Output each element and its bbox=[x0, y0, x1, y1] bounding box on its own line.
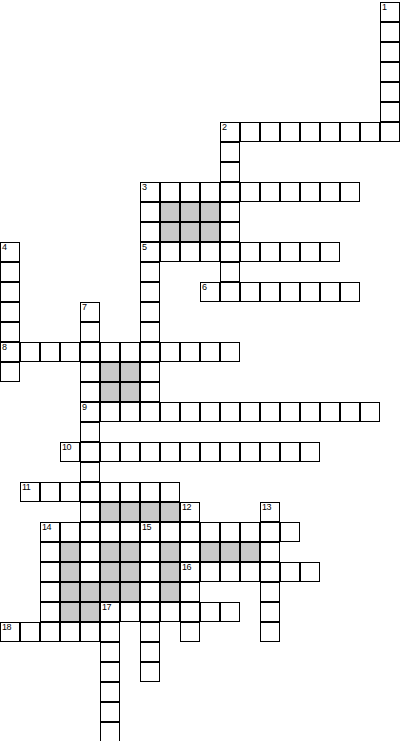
letter-cell-r17c4[interactable] bbox=[80, 342, 100, 362]
letter-cell-r16c0[interactable] bbox=[0, 322, 20, 342]
letter-cell-r17c5[interactable] bbox=[100, 342, 120, 362]
letter-cell-r9c8[interactable] bbox=[160, 182, 180, 202]
letter-cell-r13c0[interactable] bbox=[0, 262, 20, 282]
letter-cell-r20c8[interactable] bbox=[160, 402, 180, 422]
clue-number-1: 1 bbox=[382, 2, 387, 12]
letter-cell-r17c1[interactable] bbox=[20, 342, 40, 362]
letter-cell-r22c3[interactable]: 10 bbox=[60, 442, 80, 462]
letter-cell-r22c7[interactable] bbox=[140, 442, 160, 462]
gray-cell-r11c9 bbox=[180, 222, 200, 242]
letter-cell-r14c13[interactable] bbox=[260, 282, 280, 302]
letter-cell-r9c13[interactable] bbox=[260, 182, 280, 202]
gray-cell-r30c4 bbox=[80, 602, 100, 622]
letter-cell-r35c5[interactable] bbox=[100, 702, 120, 722]
letter-cell-r20c4[interactable]: 9 bbox=[80, 402, 100, 422]
gray-cell-r11c10 bbox=[200, 222, 220, 242]
letter-cell-r2c19[interactable] bbox=[380, 42, 400, 62]
letter-cell-r26c10[interactable] bbox=[200, 522, 220, 542]
gray-cell-r25c8 bbox=[160, 502, 180, 522]
letter-cell-r30c2[interactable] bbox=[40, 602, 60, 622]
letter-cell-r30c13[interactable] bbox=[260, 602, 280, 622]
gray-cell-r25c7 bbox=[140, 502, 160, 522]
letter-cell-r14c7[interactable] bbox=[140, 282, 160, 302]
letter-cell-r16c7[interactable] bbox=[140, 322, 160, 342]
letter-cell-r26c5[interactable] bbox=[100, 522, 120, 542]
letter-cell-r12c14[interactable] bbox=[280, 242, 300, 262]
letter-cell-r22c8[interactable] bbox=[160, 442, 180, 462]
letter-cell-r20c7[interactable] bbox=[140, 402, 160, 422]
letter-cell-r15c4[interactable]: 7 bbox=[80, 302, 100, 322]
letter-cell-r0c19[interactable]: 1 bbox=[380, 2, 400, 22]
letter-cell-r26c9[interactable] bbox=[180, 522, 200, 542]
letter-cell-r33c5[interactable] bbox=[100, 662, 120, 682]
letter-cell-r6c11[interactable]: 2 bbox=[220, 122, 240, 142]
letter-cell-r24c6[interactable] bbox=[120, 482, 140, 502]
letter-cell-r27c9[interactable] bbox=[180, 542, 200, 562]
letter-cell-r12c8[interactable] bbox=[160, 242, 180, 262]
letter-cell-r12c15[interactable] bbox=[300, 242, 320, 262]
clue-number-5: 5 bbox=[142, 242, 147, 252]
letter-cell-r20c12[interactable] bbox=[240, 402, 260, 422]
letter-cell-r12c7[interactable]: 5 bbox=[140, 242, 160, 262]
gray-cell-r10c9 bbox=[180, 202, 200, 222]
letter-cell-r32c7[interactable] bbox=[140, 642, 160, 662]
gray-cell-r29c4 bbox=[80, 582, 100, 602]
letter-cell-r6c14[interactable] bbox=[280, 122, 300, 142]
letter-cell-r5c19[interactable] bbox=[380, 102, 400, 122]
letter-cell-r30c7[interactable] bbox=[140, 602, 160, 622]
letter-cell-r22c15[interactable] bbox=[300, 442, 320, 462]
letter-cell-r20c10[interactable] bbox=[200, 402, 220, 422]
gray-cell-r29c8 bbox=[160, 582, 180, 602]
letter-cell-r20c16[interactable] bbox=[320, 402, 340, 422]
letter-cell-r25c9[interactable]: 12 bbox=[180, 502, 200, 522]
clue-number-16: 16 bbox=[182, 562, 191, 572]
letter-cell-r14c0[interactable] bbox=[0, 282, 20, 302]
letter-cell-r20c9[interactable] bbox=[180, 402, 200, 422]
letter-cell-r19c7[interactable] bbox=[140, 382, 160, 402]
letter-cell-r6c13[interactable] bbox=[260, 122, 280, 142]
clue-number-17: 17 bbox=[102, 602, 111, 612]
letter-cell-r26c14[interactable] bbox=[280, 522, 300, 542]
letter-cell-r22c6[interactable] bbox=[120, 442, 140, 462]
letter-cell-r14c17[interactable] bbox=[340, 282, 360, 302]
letter-cell-r24c2[interactable] bbox=[40, 482, 60, 502]
letter-cell-r36c5[interactable] bbox=[100, 722, 120, 741]
letter-cell-r28c13[interactable] bbox=[260, 562, 280, 582]
letter-cell-r17c9[interactable] bbox=[180, 342, 200, 362]
gray-cell-r18c6 bbox=[120, 362, 140, 382]
clue-number-14: 14 bbox=[42, 522, 51, 532]
letter-cell-r20c13[interactable] bbox=[260, 402, 280, 422]
gray-cell-r27c3 bbox=[60, 542, 80, 562]
letter-cell-r12c12[interactable] bbox=[240, 242, 260, 262]
letter-cell-r19c4[interactable] bbox=[80, 382, 100, 402]
letter-cell-r18c7[interactable] bbox=[140, 362, 160, 382]
letter-cell-r14c11[interactable] bbox=[220, 282, 240, 302]
letter-cell-r26c3[interactable] bbox=[60, 522, 80, 542]
letter-cell-r31c2[interactable] bbox=[40, 622, 60, 642]
letter-cell-r12c9[interactable] bbox=[180, 242, 200, 262]
gray-cell-r11c8 bbox=[160, 222, 180, 242]
letter-cell-r1c19[interactable] bbox=[380, 22, 400, 42]
letter-cell-r20c17[interactable] bbox=[340, 402, 360, 422]
letter-cell-r28c12[interactable] bbox=[240, 562, 260, 582]
letter-cell-r10c7[interactable] bbox=[140, 202, 160, 222]
clue-number-6: 6 bbox=[202, 282, 207, 292]
letter-cell-r24c1[interactable]: 11 bbox=[20, 482, 40, 502]
letter-cell-r25c4[interactable] bbox=[80, 502, 100, 522]
letter-cell-r9c10[interactable] bbox=[200, 182, 220, 202]
letter-cell-r20c14[interactable] bbox=[280, 402, 300, 422]
letter-cell-r21c4[interactable] bbox=[80, 422, 100, 442]
letter-cell-r14c14[interactable] bbox=[280, 282, 300, 302]
letter-cell-r9c7[interactable]: 3 bbox=[140, 182, 160, 202]
gray-cell-r25c5 bbox=[100, 502, 120, 522]
letter-cell-r14c15[interactable] bbox=[300, 282, 320, 302]
letter-cell-r22c11[interactable] bbox=[220, 442, 240, 462]
letter-cell-r24c8[interactable] bbox=[160, 482, 180, 502]
gray-cell-r10c8 bbox=[160, 202, 180, 222]
letter-cell-r8c11[interactable] bbox=[220, 162, 240, 182]
letter-cell-r33c7[interactable] bbox=[140, 662, 160, 682]
clue-number-4: 4 bbox=[2, 242, 7, 252]
letter-cell-r17c11[interactable] bbox=[220, 342, 240, 362]
letter-cell-r34c5[interactable] bbox=[100, 682, 120, 702]
gray-cell-r19c6 bbox=[120, 382, 140, 402]
letter-cell-r26c13[interactable] bbox=[260, 522, 280, 542]
letter-cell-r6c16[interactable] bbox=[320, 122, 340, 142]
gray-cell-r30c3 bbox=[60, 602, 80, 622]
letter-cell-r26c2[interactable]: 14 bbox=[40, 522, 60, 542]
clue-number-10: 10 bbox=[62, 442, 71, 452]
letter-cell-r30c9[interactable] bbox=[180, 602, 200, 622]
clue-number-9: 9 bbox=[82, 402, 87, 412]
gray-cell-r28c5 bbox=[100, 562, 120, 582]
letter-cell-r31c3[interactable] bbox=[60, 622, 80, 642]
clue-number-3: 3 bbox=[142, 182, 147, 192]
letter-cell-r12c11[interactable] bbox=[220, 242, 240, 262]
letter-cell-r22c12[interactable] bbox=[240, 442, 260, 462]
letter-cell-r28c15[interactable] bbox=[300, 562, 320, 582]
letter-cell-r31c5[interactable] bbox=[100, 622, 120, 642]
letter-cell-r28c9[interactable]: 16 bbox=[180, 562, 200, 582]
letter-cell-r17c2[interactable] bbox=[40, 342, 60, 362]
letter-cell-r22c14[interactable] bbox=[280, 442, 300, 462]
letter-cell-r6c12[interactable] bbox=[240, 122, 260, 142]
clue-number-2: 2 bbox=[222, 122, 227, 132]
letter-cell-r28c2[interactable] bbox=[40, 562, 60, 582]
letter-cell-r12c0[interactable]: 4 bbox=[0, 242, 20, 262]
letter-cell-r14c12[interactable] bbox=[240, 282, 260, 302]
gray-cell-r27c10 bbox=[200, 542, 220, 562]
letter-cell-r20c18[interactable] bbox=[360, 402, 380, 422]
clue-number-8: 8 bbox=[2, 342, 7, 352]
letter-cell-r14c16[interactable] bbox=[320, 282, 340, 302]
clue-number-12: 12 bbox=[182, 502, 191, 512]
letter-cell-r16c4[interactable] bbox=[80, 322, 100, 342]
letter-cell-r22c5[interactable] bbox=[100, 442, 120, 462]
letter-cell-r22c9[interactable] bbox=[180, 442, 200, 462]
crossword-board: 123456789101112131415161718 bbox=[0, 2, 400, 741]
letter-cell-r30c10[interactable] bbox=[200, 602, 220, 622]
letter-cell-r24c5[interactable] bbox=[100, 482, 120, 502]
letter-cell-r15c0[interactable] bbox=[0, 302, 20, 322]
letter-cell-r11c11[interactable] bbox=[220, 222, 240, 242]
gray-cell-r28c3 bbox=[60, 562, 80, 582]
letter-cell-r23c4[interactable] bbox=[80, 462, 100, 482]
letter-cell-r7c11[interactable] bbox=[220, 142, 240, 162]
letter-cell-r20c5[interactable] bbox=[100, 402, 120, 422]
letter-cell-r20c6[interactable] bbox=[120, 402, 140, 422]
gray-cell-r27c5 bbox=[100, 542, 120, 562]
letter-cell-r31c7[interactable] bbox=[140, 622, 160, 642]
gray-cell-r28c6 bbox=[120, 562, 140, 582]
letter-cell-r9c9[interactable] bbox=[180, 182, 200, 202]
gray-cell-r29c5 bbox=[100, 582, 120, 602]
letter-cell-r26c6[interactable] bbox=[120, 522, 140, 542]
letter-cell-r4c19[interactable] bbox=[380, 82, 400, 102]
letter-cell-r13c11[interactable] bbox=[220, 262, 240, 282]
letter-cell-r6c19[interactable] bbox=[380, 122, 400, 142]
letter-cell-r17c10[interactable] bbox=[200, 342, 220, 362]
letter-cell-r28c11[interactable] bbox=[220, 562, 240, 582]
letter-cell-r26c11[interactable] bbox=[220, 522, 240, 542]
letter-cell-r10c11[interactable] bbox=[220, 202, 240, 222]
letter-cell-r30c8[interactable] bbox=[160, 602, 180, 622]
letter-cell-r14c10[interactable]: 6 bbox=[200, 282, 220, 302]
letter-cell-r32c5[interactable] bbox=[100, 642, 120, 662]
gray-cell-r10c10 bbox=[200, 202, 220, 222]
gray-cell-r25c6 bbox=[120, 502, 140, 522]
letter-cell-r17c0[interactable]: 8 bbox=[0, 342, 20, 362]
letter-cell-r28c10[interactable] bbox=[200, 562, 220, 582]
letter-cell-r24c4[interactable] bbox=[80, 482, 100, 502]
clue-number-18: 18 bbox=[2, 622, 11, 632]
letter-cell-r15c7[interactable] bbox=[140, 302, 160, 322]
letter-cell-r29c2[interactable] bbox=[40, 582, 60, 602]
letter-cell-r30c6[interactable] bbox=[120, 602, 140, 622]
letter-cell-r9c15[interactable] bbox=[300, 182, 320, 202]
letter-cell-r9c12[interactable] bbox=[240, 182, 260, 202]
letter-cell-r31c4[interactable] bbox=[80, 622, 100, 642]
letter-cell-r28c4[interactable] bbox=[80, 562, 100, 582]
letter-cell-r9c17[interactable] bbox=[340, 182, 360, 202]
letter-cell-r18c0[interactable] bbox=[0, 362, 20, 382]
letter-cell-r18c4[interactable] bbox=[80, 362, 100, 382]
letter-cell-r12c16[interactable] bbox=[320, 242, 340, 262]
clue-number-7: 7 bbox=[82, 302, 87, 312]
gray-cell-r28c8 bbox=[160, 562, 180, 582]
letter-cell-r30c5[interactable]: 17 bbox=[100, 602, 120, 622]
letter-cell-r27c7[interactable] bbox=[140, 542, 160, 562]
letter-cell-r31c9[interactable] bbox=[180, 622, 200, 642]
gray-cell-r18c5 bbox=[100, 362, 120, 382]
letter-cell-r22c10[interactable] bbox=[200, 442, 220, 462]
letter-cell-r20c11[interactable] bbox=[220, 402, 240, 422]
letter-cell-r25c13[interactable]: 13 bbox=[260, 502, 280, 522]
letter-cell-r17c7[interactable] bbox=[140, 342, 160, 362]
letter-cell-r27c4[interactable] bbox=[80, 542, 100, 562]
letter-cell-r11c7[interactable] bbox=[140, 222, 160, 242]
gray-cell-r29c6 bbox=[120, 582, 140, 602]
letter-cell-r17c6[interactable] bbox=[120, 342, 140, 362]
letter-cell-r29c7[interactable] bbox=[140, 582, 160, 602]
clue-number-11: 11 bbox=[22, 482, 30, 492]
letter-cell-r28c14[interactable] bbox=[280, 562, 300, 582]
gray-cell-r27c11 bbox=[220, 542, 240, 562]
letter-cell-r17c8[interactable] bbox=[160, 342, 180, 362]
letter-cell-r12c13[interactable] bbox=[260, 242, 280, 262]
letter-cell-r27c2[interactable] bbox=[40, 542, 60, 562]
letter-cell-r6c18[interactable] bbox=[360, 122, 380, 142]
clue-number-13: 13 bbox=[262, 502, 271, 512]
letter-cell-r9c16[interactable] bbox=[320, 182, 340, 202]
gray-cell-r19c5 bbox=[100, 382, 120, 402]
letter-cell-r29c13[interactable] bbox=[260, 582, 280, 602]
letter-cell-r29c9[interactable] bbox=[180, 582, 200, 602]
letter-cell-r9c14[interactable] bbox=[280, 182, 300, 202]
letter-cell-r20c15[interactable] bbox=[300, 402, 320, 422]
letter-cell-r22c13[interactable] bbox=[260, 442, 280, 462]
letter-cell-r24c7[interactable] bbox=[140, 482, 160, 502]
gray-cell-r27c8 bbox=[160, 542, 180, 562]
gray-cell-r27c6 bbox=[120, 542, 140, 562]
gray-cell-r29c3 bbox=[60, 582, 80, 602]
letter-cell-r12c10[interactable] bbox=[200, 242, 220, 262]
letter-cell-r27c13[interactable] bbox=[260, 542, 280, 562]
letter-cell-r31c0[interactable]: 18 bbox=[0, 622, 20, 642]
letter-cell-r28c7[interactable] bbox=[140, 562, 160, 582]
letter-cell-r6c17[interactable] bbox=[340, 122, 360, 142]
letter-cell-r13c7[interactable] bbox=[140, 262, 160, 282]
letter-cell-r26c4[interactable] bbox=[80, 522, 100, 542]
letter-cell-r22c4[interactable] bbox=[80, 442, 100, 462]
letter-cell-r9c11[interactable] bbox=[220, 182, 240, 202]
letter-cell-r26c12[interactable] bbox=[240, 522, 260, 542]
letter-cell-r17c3[interactable] bbox=[60, 342, 80, 362]
letter-cell-r26c7[interactable]: 15 bbox=[140, 522, 160, 542]
clue-number-15: 15 bbox=[142, 522, 151, 532]
letter-cell-r3c19[interactable] bbox=[380, 62, 400, 82]
letter-cell-r26c8[interactable] bbox=[160, 522, 180, 542]
gray-cell-r27c12 bbox=[240, 542, 260, 562]
letter-cell-r6c15[interactable] bbox=[300, 122, 320, 142]
letter-cell-r30c11[interactable] bbox=[220, 602, 240, 622]
letter-cell-r31c1[interactable] bbox=[20, 622, 40, 642]
letter-cell-r31c13[interactable] bbox=[260, 622, 280, 642]
letter-cell-r24c3[interactable] bbox=[60, 482, 80, 502]
